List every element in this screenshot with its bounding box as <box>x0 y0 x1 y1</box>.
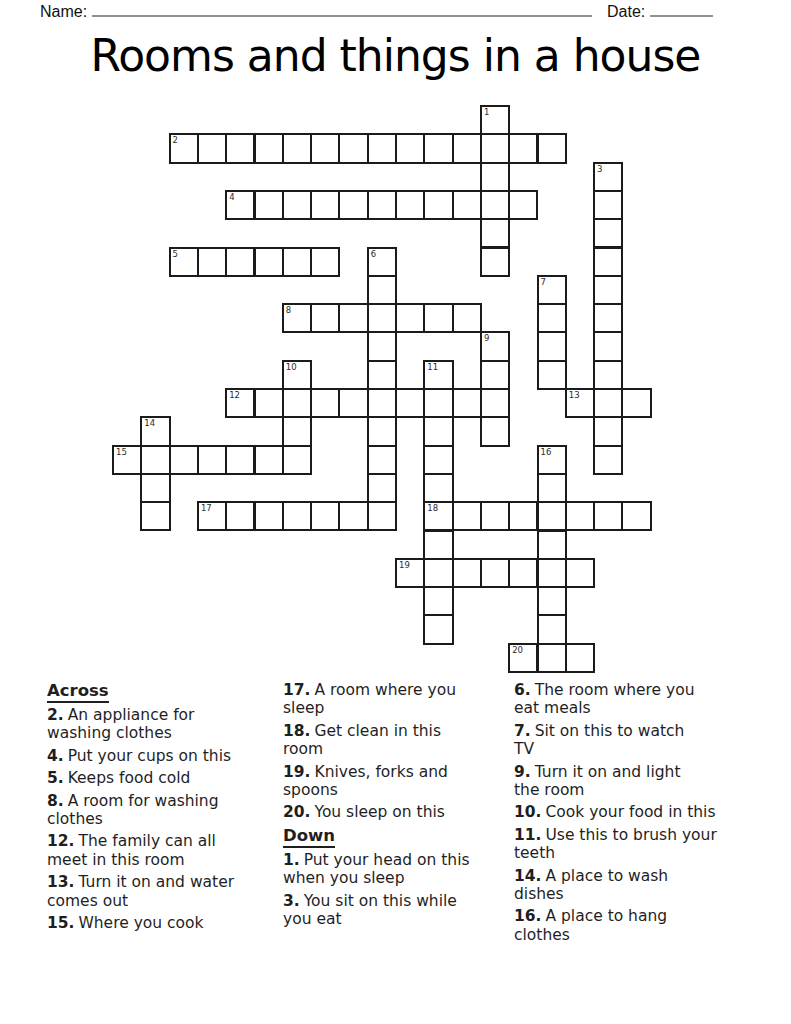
grid-cell[interactable] <box>367 331 397 361</box>
grid-cell[interactable] <box>282 190 312 220</box>
clue-number: 4 <box>229 192 234 202</box>
grid-cell[interactable]: 7 <box>537 275 567 305</box>
clue-item-number: 4. <box>47 747 64 765</box>
grid-cell[interactable] <box>423 445 453 475</box>
clue-number: 5 <box>173 249 178 259</box>
clue-item: 18.Get clean in this room <box>283 722 488 759</box>
clue-number: 7 <box>541 277 546 287</box>
grid-cell[interactable] <box>593 388 623 418</box>
grid-cell[interactable] <box>423 388 453 418</box>
clue-item-number: 7. <box>514 722 531 740</box>
grid-cell[interactable] <box>140 445 170 475</box>
grid-cell[interactable] <box>508 558 538 588</box>
clue-item-number: 17. <box>283 681 310 699</box>
clue-item-number: 15. <box>47 914 74 932</box>
grid-cell[interactable] <box>593 247 623 277</box>
clue-item: 15.Where you cook <box>47 914 262 932</box>
grid-cell[interactable] <box>310 247 340 277</box>
grid-cell[interactable] <box>338 388 368 418</box>
clue-number: 15 <box>116 447 127 457</box>
clue-item: 20.You sleep on this <box>283 803 488 821</box>
clue-item: 12.The family can all meet in this room <box>47 832 262 869</box>
grid-cell[interactable] <box>282 247 312 277</box>
across-heading-label: Across <box>47 681 109 703</box>
grid-cell[interactable] <box>423 133 453 163</box>
grid-cell[interactable] <box>508 133 538 163</box>
grid-cell[interactable] <box>480 162 510 192</box>
clue-number: 11 <box>427 362 438 372</box>
grid-cell[interactable] <box>254 445 284 475</box>
grid-cell[interactable]: 2 <box>169 133 199 163</box>
grid-cell[interactable] <box>225 445 255 475</box>
clue-item-text: Where you cook <box>78 914 203 932</box>
clue-item-number: 5. <box>47 769 64 787</box>
clue-number: 18 <box>427 503 438 513</box>
clue-item-number: 3. <box>283 892 300 910</box>
clue-item: 10.Cook your food in this <box>514 803 736 821</box>
clue-number: 1 <box>484 107 489 117</box>
grid-cell[interactable] <box>423 558 453 588</box>
grid-cell[interactable] <box>480 501 510 531</box>
clue-item: 17.A room where you sleep <box>283 681 488 718</box>
grid-cell[interactable] <box>480 218 510 248</box>
grid-cell[interactable] <box>310 190 340 220</box>
clue-item-number: 9. <box>514 763 531 781</box>
grid-cell[interactable] <box>537 558 567 588</box>
grid-cell[interactable] <box>310 501 340 531</box>
grid-cell[interactable] <box>282 445 312 475</box>
grid-cell[interactable] <box>423 416 453 446</box>
grid-cell[interactable] <box>537 360 567 390</box>
grid-cell[interactable] <box>480 133 510 163</box>
grid-cell[interactable] <box>537 331 567 361</box>
grid-cell[interactable]: 1 <box>480 105 510 135</box>
grid-cell[interactable]: 4 <box>225 190 255 220</box>
clue-item: 14.A place to wash dishes <box>514 867 736 904</box>
clue-item: 4.Put your cups on this <box>47 747 262 765</box>
grid-cell[interactable] <box>254 247 284 277</box>
grid-cell[interactable] <box>593 360 623 390</box>
clue-item-number: 19. <box>283 763 310 781</box>
clue-number: 2 <box>173 135 178 145</box>
date-label: Date: <box>607 3 645 20</box>
clue-item-number: 10. <box>514 803 541 821</box>
clues-column-3: 6.The room where you eat meals7.Sit on t… <box>514 681 736 948</box>
grid-cell[interactable] <box>423 586 453 616</box>
clue-number: 16 <box>541 447 552 457</box>
grid-cell[interactable] <box>367 360 397 390</box>
clue-item-number: 1. <box>283 851 300 869</box>
grid-cell[interactable]: 15 <box>112 445 142 475</box>
clue-item: 1.Put your head on this when you sleep <box>283 851 488 888</box>
grid-cell[interactable] <box>537 586 567 616</box>
name-blank-line <box>92 2 592 17</box>
grid-cell[interactable] <box>452 388 482 418</box>
down-heading: Down <box>283 826 488 845</box>
grid-cell[interactable]: 17 <box>197 501 227 531</box>
grid-cell[interactable] <box>367 190 397 220</box>
grid-cell[interactable] <box>310 303 340 333</box>
clue-number: 6 <box>371 249 376 259</box>
grid-cell[interactable] <box>423 473 453 503</box>
grid-cell[interactable] <box>565 501 595 531</box>
clue-item-text: An appliance for washing clothes <box>47 706 194 742</box>
name-field: Name: <box>40 2 592 21</box>
grid-cell[interactable] <box>197 247 227 277</box>
grid-cell[interactable] <box>423 190 453 220</box>
clue-item-text: Put your head on this when you sleep <box>283 851 470 887</box>
grid-cell[interactable] <box>367 388 397 418</box>
clue-item: 5.Keeps food cold <box>47 769 262 787</box>
clue-item-number: 13. <box>47 873 74 891</box>
grid-cell[interactable] <box>452 133 482 163</box>
clue-number: 12 <box>229 390 240 400</box>
grid-cell[interactable] <box>254 388 284 418</box>
grid-cell[interactable] <box>282 416 312 446</box>
grid-cell[interactable] <box>338 501 368 531</box>
grid-cell[interactable]: 13 <box>565 388 595 418</box>
across-heading: Across <box>47 681 262 700</box>
grid-cell[interactable] <box>395 388 425 418</box>
grid-cell[interactable]: 10 <box>282 360 312 390</box>
grid-cell[interactable]: 19 <box>395 558 425 588</box>
grid-cell[interactable] <box>593 190 623 220</box>
clue-number: 14 <box>144 418 155 428</box>
grid-cell[interactable] <box>395 190 425 220</box>
grid-cell[interactable] <box>537 303 567 333</box>
grid-cell[interactable] <box>169 445 199 475</box>
clue-item: 16.A place to hang clothes <box>514 907 736 944</box>
grid-cell[interactable] <box>565 558 595 588</box>
clue-item-text: Turn it on and water comes out <box>47 873 234 909</box>
grid-cell[interactable] <box>367 416 397 446</box>
grid-cell[interactable] <box>254 190 284 220</box>
clue-item-number: 11. <box>514 826 541 844</box>
grid-cell[interactable]: 16 <box>537 445 567 475</box>
grid-cell[interactable] <box>593 331 623 361</box>
grid-cell[interactable] <box>367 473 397 503</box>
grid-cell[interactable] <box>452 501 482 531</box>
grid-cell[interactable] <box>338 190 368 220</box>
clue-item: 2.An appliance for washing clothes <box>47 706 262 743</box>
clue-item-number: 8. <box>47 792 64 810</box>
clue-item-text: Cook your food in this <box>545 803 715 821</box>
down-heading-label: Down <box>283 826 335 848</box>
grid-cell[interactable] <box>621 501 651 531</box>
clue-item-number: 16. <box>514 907 541 925</box>
grid-cell[interactable] <box>225 501 255 531</box>
grid-cell[interactable]: 5 <box>169 247 199 277</box>
grid-cell[interactable] <box>480 247 510 277</box>
clue-item-text: A room for washing clothes <box>47 792 219 828</box>
grid-cell[interactable] <box>537 133 567 163</box>
grid-cell[interactable] <box>480 360 510 390</box>
date-field: Date: <box>607 2 713 21</box>
grid-cell[interactable] <box>537 501 567 531</box>
date-blank-line <box>650 2 713 17</box>
grid-cell[interactable] <box>282 388 312 418</box>
grid-cell[interactable] <box>254 501 284 531</box>
clue-number: 9 <box>484 333 489 343</box>
grid-cell[interactable]: 6 <box>367 247 397 277</box>
clue-item-text: Use this to brush your teeth <box>514 826 717 862</box>
grid-cell[interactable] <box>452 558 482 588</box>
clues-column-2: 17.A room where you sleep18.Get clean in… <box>283 681 488 932</box>
grid-cell[interactable] <box>593 416 623 446</box>
clue-item-number: 14. <box>514 867 541 885</box>
clue-item-number: 12. <box>47 832 74 850</box>
clue-item-text: Turn it on and light the room <box>514 763 680 799</box>
grid-cell[interactable] <box>537 643 567 673</box>
clue-number: 17 <box>201 503 212 513</box>
clue-item-text: You sleep on this <box>314 803 444 821</box>
grid-cell[interactable] <box>480 388 510 418</box>
clue-item: 13.Turn it on and water comes out <box>47 873 262 910</box>
clue-number: 19 <box>399 560 410 570</box>
grid-cell[interactable] <box>367 445 397 475</box>
clue-item-text: The room where you eat meals <box>514 681 694 717</box>
grid-cell[interactable] <box>423 303 453 333</box>
grid-cell[interactable] <box>593 275 623 305</box>
clue-item-number: 6. <box>514 681 531 699</box>
clue-number: 13 <box>569 390 580 400</box>
grid-cell[interactable] <box>225 133 255 163</box>
grid-cell[interactable] <box>197 133 227 163</box>
grid-cell[interactable]: 18 <box>423 501 453 531</box>
clue-item-text: Put your cups on this <box>68 747 231 765</box>
grid-cell[interactable] <box>537 530 567 560</box>
clue-item: 8.A room for washing clothes <box>47 792 262 829</box>
crossword-grid: 1234567891011181213141516171920 <box>112 105 654 675</box>
grid-cell[interactable] <box>338 303 368 333</box>
grid-cell[interactable] <box>225 247 255 277</box>
clue-item-text: Keeps food cold <box>68 769 191 787</box>
clue-number: 8 <box>286 305 291 315</box>
grid-cell[interactable] <box>395 133 425 163</box>
clue-item-text: You sit on this while you eat <box>283 892 457 928</box>
grid-cell[interactable] <box>452 303 482 333</box>
grid-cell[interactable] <box>338 133 368 163</box>
grid-cell[interactable]: 20 <box>508 643 538 673</box>
grid-cell[interactable] <box>480 558 510 588</box>
grid-cell[interactable] <box>140 501 170 531</box>
grid-cell[interactable] <box>593 303 623 333</box>
clue-number: 20 <box>512 645 523 655</box>
grid-cell[interactable] <box>310 133 340 163</box>
clue-number: 3 <box>597 164 602 174</box>
grid-cell[interactable] <box>508 190 538 220</box>
clues-column-1: Across2.An appliance for washing clothes… <box>47 681 262 936</box>
clue-item: 6.The room where you eat meals <box>514 681 736 718</box>
grid-cell[interactable] <box>423 614 453 644</box>
grid-cell[interactable] <box>565 643 595 673</box>
grid-cell[interactable] <box>452 190 482 220</box>
clue-item-text: Sit on this to watch TV <box>514 722 684 758</box>
grid-cell[interactable] <box>254 133 284 163</box>
clue-item-number: 2. <box>47 706 64 724</box>
grid-cell[interactable]: 12 <box>225 388 255 418</box>
grid-cell[interactable] <box>367 501 397 531</box>
grid-cell[interactable] <box>140 473 170 503</box>
name-label: Name: <box>40 3 87 20</box>
grid-cell[interactable] <box>537 614 567 644</box>
clue-item: 9.Turn it on and light the room <box>514 763 736 800</box>
grid-cell[interactable] <box>593 218 623 248</box>
grid-cell[interactable] <box>197 445 227 475</box>
grid-cell[interactable]: 11 <box>423 360 453 390</box>
grid-cell[interactable] <box>508 501 538 531</box>
clue-item: 19.Knives, forks and spoons <box>283 763 488 800</box>
grid-cell[interactable] <box>480 416 510 446</box>
grid-cell[interactable]: 3 <box>593 162 623 192</box>
clue-item: 11.Use this to brush your teeth <box>514 826 736 863</box>
clue-item-number: 20. <box>283 803 310 821</box>
grid-cell[interactable] <box>282 133 312 163</box>
grid-cell[interactable] <box>367 303 397 333</box>
clue-item-number: 18. <box>283 722 310 740</box>
grid-cell[interactable] <box>593 445 623 475</box>
grid-cell[interactable] <box>480 190 510 220</box>
grid-cell[interactable]: 9 <box>480 331 510 361</box>
grid-cell[interactable] <box>621 388 651 418</box>
clue-item: 3.You sit on this while you eat <box>283 892 488 929</box>
grid-cell[interactable] <box>395 303 425 333</box>
clue-number: 10 <box>286 362 297 372</box>
grid-cell[interactable] <box>537 473 567 503</box>
grid-cell[interactable] <box>310 388 340 418</box>
grid-cell[interactable] <box>367 133 397 163</box>
grid-cell[interactable] <box>367 275 397 305</box>
clue-item: 7.Sit on this to watch TV <box>514 722 736 759</box>
grid-cell[interactable] <box>282 501 312 531</box>
grid-cell[interactable] <box>423 530 453 560</box>
page-title: Rooms and things in a house <box>0 30 791 81</box>
grid-cell[interactable]: 8 <box>282 303 312 333</box>
grid-cell[interactable]: 14 <box>140 416 170 446</box>
grid-cell[interactable] <box>593 501 623 531</box>
